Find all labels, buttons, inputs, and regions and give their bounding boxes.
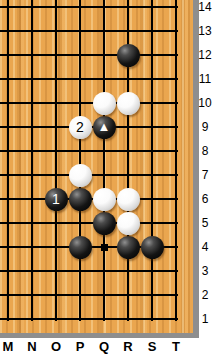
stone-white-r10[interactable] [117,92,140,115]
stone-black-q9[interactable]: ▲ [93,116,116,139]
grid-vline-N [31,0,33,321]
grid-hline-8 [0,150,178,152]
col-label-m: M [0,338,16,356]
board-border: ▲12 [0,0,199,338]
row-label-4: 4 [198,239,212,255]
grid-hline-14 [0,6,178,8]
stone-white-r6[interactable] [117,188,140,211]
row-label-2: 2 [198,287,212,303]
row-label-12: 12 [198,47,212,63]
star-point-q4 [101,244,108,251]
row-label-1: 1 [198,311,212,327]
row-label-3: 3 [198,263,212,279]
col-label-t: T [168,338,184,356]
row-label-11: 11 [198,71,212,87]
grid-hline-2 [0,294,178,296]
stone-white-q10[interactable] [93,92,116,115]
move-number-label: 1 [52,192,60,206]
grid-hline-13 [0,30,178,32]
stone-black-q5[interactable] [93,212,116,235]
row-label-13: 13 [198,23,212,39]
grid-hline-11 [0,78,178,80]
stone-black-p4[interactable] [69,236,92,259]
grid-vline-P [79,0,81,321]
grid-hline-5 [0,222,178,224]
row-label-10: 10 [198,95,212,111]
stone-black-s4[interactable] [141,236,164,259]
stone-white-p9[interactable]: 2 [69,116,92,139]
row-label-5: 5 [198,215,212,231]
grid-vline-M [7,0,9,321]
grid-hline-10 [0,102,178,104]
grid-hline-3 [0,270,178,272]
stone-white-r5[interactable] [117,212,140,235]
row-label-8: 8 [198,143,212,159]
go-diagram: ▲12 MNOPQRST1413121110987654321 [0,0,212,356]
row-label-14: 14 [198,0,212,15]
col-label-n: N [24,338,40,356]
stone-white-p7[interactable] [69,164,92,187]
grid-hline-1 [0,318,178,320]
triangle-marker-icon: ▲ [98,120,111,133]
stone-white-q6[interactable] [93,188,116,211]
grid-vline-T [175,0,177,321]
col-label-q: Q [96,338,112,356]
col-label-p: P [72,338,88,356]
grid-vline-O [55,0,57,321]
col-label-r: R [120,338,136,356]
go-board[interactable]: ▲12 [0,0,193,333]
grid-hline-12 [0,54,178,56]
row-label-9: 9 [198,119,212,135]
col-label-o: O [48,338,64,356]
col-label-s: S [144,338,160,356]
grid-vline-Q [103,0,105,321]
row-label-7: 7 [198,167,212,183]
grid-vline-S [151,0,153,321]
move-number-label: 2 [76,120,84,134]
row-label-6: 6 [198,191,212,207]
stone-black-p6[interactable] [69,188,92,211]
stone-black-r4[interactable] [117,236,140,259]
stone-black-r12[interactable] [117,44,140,67]
stone-black-o6[interactable]: 1 [45,188,68,211]
